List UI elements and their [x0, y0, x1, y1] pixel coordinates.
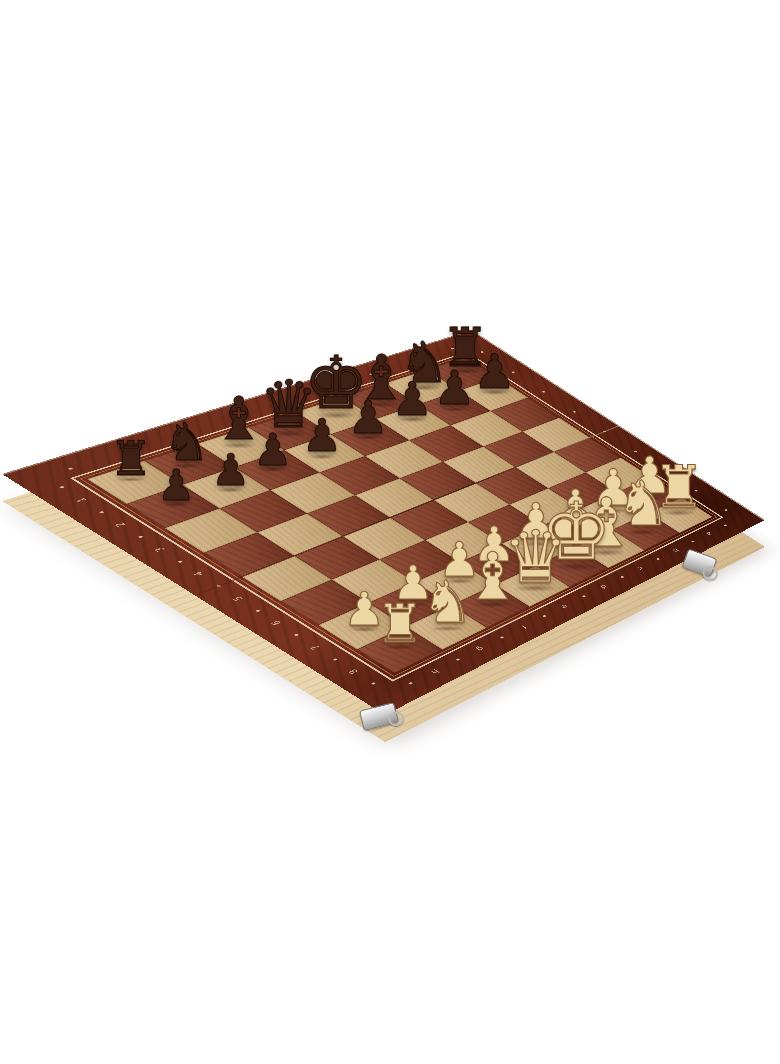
rank-label-3: 3: [153, 546, 167, 552]
border-dot: [179, 433, 184, 435]
border-dot: [138, 535, 144, 538]
border-dot: [664, 470, 668, 472]
border-dot: [325, 387, 330, 389]
border-dot: [633, 450, 637, 452]
border-dot: [99, 511, 105, 514]
border-dot: [408, 682, 413, 685]
border-dot: [480, 351, 484, 353]
border-dot: [216, 585, 221, 588]
rank-label-7: 7: [309, 644, 322, 651]
border-dot: [691, 541, 695, 543]
file-label-c: c: [636, 565, 645, 570]
border-dot: [582, 595, 586, 597]
border-dot: [603, 431, 607, 433]
border-dot: [511, 371, 515, 373]
file-label-a: a: [705, 531, 714, 536]
chess-set-scene: hgfedcba12345678 ♜♞♟♝♟♚♟♛♟♝♟♞♟♜♟♟♟♟♜♟♞♟♝…: [0, 0, 780, 1064]
border-dot: [177, 560, 183, 563]
border-dot: [620, 576, 624, 578]
file-label-e: e: [559, 603, 569, 609]
border-dot: [455, 658, 460, 661]
border-dot: [411, 360, 415, 362]
border-dot: [724, 509, 728, 511]
border-dot: [542, 391, 546, 393]
border-dot: [332, 658, 337, 661]
file-label-d: d: [598, 584, 608, 590]
border-dot: [255, 609, 260, 612]
border-dot: [450, 348, 454, 350]
rank-label-5: 5: [231, 595, 245, 602]
border-dot: [369, 373, 373, 375]
border-dot: [279, 401, 284, 403]
border-dot: [59, 486, 65, 489]
border-dot: [68, 467, 74, 470]
chess-board: hgfedcba12345678: [2, 330, 765, 715]
border-dot: [656, 558, 660, 560]
rank-label-2: 2: [114, 521, 128, 527]
file-label-h: h: [429, 668, 441, 675]
border-dot: [371, 682, 376, 685]
border-dot: [125, 450, 130, 452]
file-label-f: f: [519, 624, 528, 629]
border-dot: [230, 417, 235, 419]
checkerboard-grid: [87, 357, 712, 673]
rank-label-1: 1: [74, 497, 89, 503]
file-label-b: b: [671, 548, 680, 553]
rank-label-4: 4: [192, 571, 206, 578]
file-label-g: g: [474, 645, 485, 651]
border-dot: [694, 490, 698, 492]
border-dot: [500, 636, 505, 639]
border-dot: [724, 524, 728, 526]
border-dot: [294, 634, 299, 637]
border-dot: [572, 411, 576, 413]
rank-label-8: 8: [348, 668, 361, 675]
rank-label-6: 6: [270, 619, 284, 626]
product-photo-page: hgfedcba12345678 ♜♞♟♝♟♚♟♛♟♝♟♞♟♜♟♟♟♟♜♟♞♟♝…: [0, 0, 780, 1064]
border-dot: [542, 615, 546, 617]
